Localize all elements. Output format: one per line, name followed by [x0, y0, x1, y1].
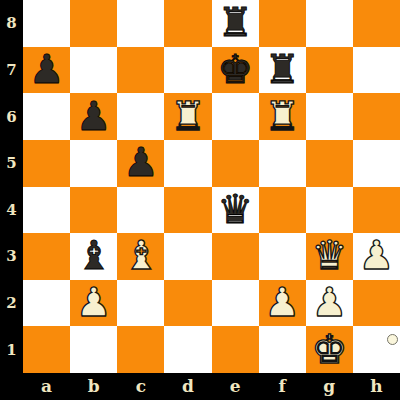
square-h2[interactable] — [353, 280, 400, 327]
rank-label-4: 4 — [0, 187, 23, 234]
rank-label-6: 6 — [0, 93, 23, 140]
square-h8[interactable] — [353, 0, 400, 47]
white-queen-g3[interactable]: ♛ — [311, 235, 347, 275]
square-d3[interactable] — [164, 233, 211, 280]
file-label-e: e — [212, 373, 259, 400]
square-h5[interactable] — [353, 140, 400, 187]
square-b1[interactable] — [70, 326, 117, 373]
square-g8[interactable] — [306, 0, 353, 47]
rank-labels: 87654321 — [0, 0, 23, 373]
file-labels: abcdefgh — [23, 373, 400, 400]
rank-label-5: 5 — [0, 140, 23, 187]
square-e1[interactable] — [212, 326, 259, 373]
black-bishop-b3[interactable]: ♝ — [76, 235, 112, 275]
white-to-move-indicator — [387, 334, 398, 345]
square-f8[interactable] — [259, 0, 306, 47]
rank-label-2: 2 — [0, 280, 23, 327]
square-b6[interactable]: ♟ — [70, 93, 117, 140]
square-g6[interactable] — [306, 93, 353, 140]
white-pawn-g2[interactable]: ♟ — [311, 282, 347, 322]
square-g5[interactable] — [306, 140, 353, 187]
square-c1[interactable] — [117, 326, 164, 373]
square-f4[interactable] — [259, 187, 306, 234]
square-b8[interactable] — [70, 0, 117, 47]
white-pawn-f2[interactable]: ♟ — [264, 282, 300, 322]
square-e3[interactable] — [212, 233, 259, 280]
square-a4[interactable] — [23, 187, 70, 234]
square-f2[interactable]: ♟ — [259, 280, 306, 327]
file-label-d: d — [164, 373, 211, 400]
square-a1[interactable] — [23, 326, 70, 373]
white-pawn-b2[interactable]: ♟ — [76, 282, 112, 322]
white-pawn-h3[interactable]: ♟ — [359, 235, 395, 275]
square-b3[interactable]: ♝ — [70, 233, 117, 280]
square-f1[interactable] — [259, 326, 306, 373]
square-b4[interactable] — [70, 187, 117, 234]
black-queen-e4[interactable]: ♛ — [217, 189, 253, 229]
square-a5[interactable] — [23, 140, 70, 187]
square-g3[interactable]: ♛ — [306, 233, 353, 280]
chess-board-frame: 87654321 ♜♟♚♜♟♜♜♟♛♝♝♛♟♟♟♟♚ abcdefgh — [0, 0, 400, 400]
square-a6[interactable] — [23, 93, 70, 140]
black-pawn-c5[interactable]: ♟ — [123, 142, 159, 182]
rank-label-7: 7 — [0, 47, 23, 94]
rank-label-1: 1 — [0, 326, 23, 373]
square-b7[interactable] — [70, 47, 117, 94]
file-label-c: c — [117, 373, 164, 400]
square-h7[interactable] — [353, 47, 400, 94]
square-h6[interactable] — [353, 93, 400, 140]
square-a3[interactable] — [23, 233, 70, 280]
square-c8[interactable] — [117, 0, 164, 47]
square-b2[interactable]: ♟ — [70, 280, 117, 327]
square-c3[interactable]: ♝ — [117, 233, 164, 280]
rank-label-3: 3 — [0, 233, 23, 280]
square-a7[interactable]: ♟ — [23, 47, 70, 94]
square-e5[interactable] — [212, 140, 259, 187]
square-h4[interactable] — [353, 187, 400, 234]
file-label-a: a — [23, 373, 70, 400]
file-label-g: g — [306, 373, 353, 400]
square-d7[interactable] — [164, 47, 211, 94]
black-rook-e8[interactable]: ♜ — [217, 2, 253, 42]
square-g1[interactable]: ♚ — [306, 326, 353, 373]
black-pawn-b6[interactable]: ♟ — [76, 96, 112, 136]
square-e6[interactable] — [212, 93, 259, 140]
square-d8[interactable] — [164, 0, 211, 47]
square-d5[interactable] — [164, 140, 211, 187]
square-f6[interactable]: ♜ — [259, 93, 306, 140]
square-f5[interactable] — [259, 140, 306, 187]
square-g4[interactable] — [306, 187, 353, 234]
file-label-f: f — [259, 373, 306, 400]
white-king-g1[interactable]: ♚ — [311, 329, 347, 369]
square-e4[interactable]: ♛ — [212, 187, 259, 234]
square-d1[interactable] — [164, 326, 211, 373]
square-g7[interactable] — [306, 47, 353, 94]
square-c6[interactable] — [117, 93, 164, 140]
square-e2[interactable] — [212, 280, 259, 327]
chess-board[interactable]: ♜♟♚♜♟♜♜♟♛♝♝♛♟♟♟♟♚ — [23, 0, 400, 373]
square-b5[interactable] — [70, 140, 117, 187]
square-e8[interactable]: ♜ — [212, 0, 259, 47]
file-label-h: h — [353, 373, 400, 400]
square-g2[interactable]: ♟ — [306, 280, 353, 327]
white-bishop-c3[interactable]: ♝ — [123, 235, 159, 275]
square-c4[interactable] — [117, 187, 164, 234]
square-d6[interactable]: ♜ — [164, 93, 211, 140]
black-king-e7[interactable]: ♚ — [217, 49, 253, 89]
square-a8[interactable] — [23, 0, 70, 47]
square-d2[interactable] — [164, 280, 211, 327]
square-f7[interactable]: ♜ — [259, 47, 306, 94]
rank-label-8: 8 — [0, 0, 23, 47]
black-pawn-a7[interactable]: ♟ — [29, 49, 65, 89]
file-label-b: b — [70, 373, 117, 400]
square-c2[interactable] — [117, 280, 164, 327]
square-a2[interactable] — [23, 280, 70, 327]
square-f3[interactable] — [259, 233, 306, 280]
square-c5[interactable]: ♟ — [117, 140, 164, 187]
white-rook-f6[interactable]: ♜ — [264, 96, 300, 136]
square-e7[interactable]: ♚ — [212, 47, 259, 94]
square-d4[interactable] — [164, 187, 211, 234]
square-h3[interactable]: ♟ — [353, 233, 400, 280]
square-c7[interactable] — [117, 47, 164, 94]
white-rook-d6[interactable]: ♜ — [170, 96, 206, 136]
black-rook-f7[interactable]: ♜ — [264, 49, 300, 89]
